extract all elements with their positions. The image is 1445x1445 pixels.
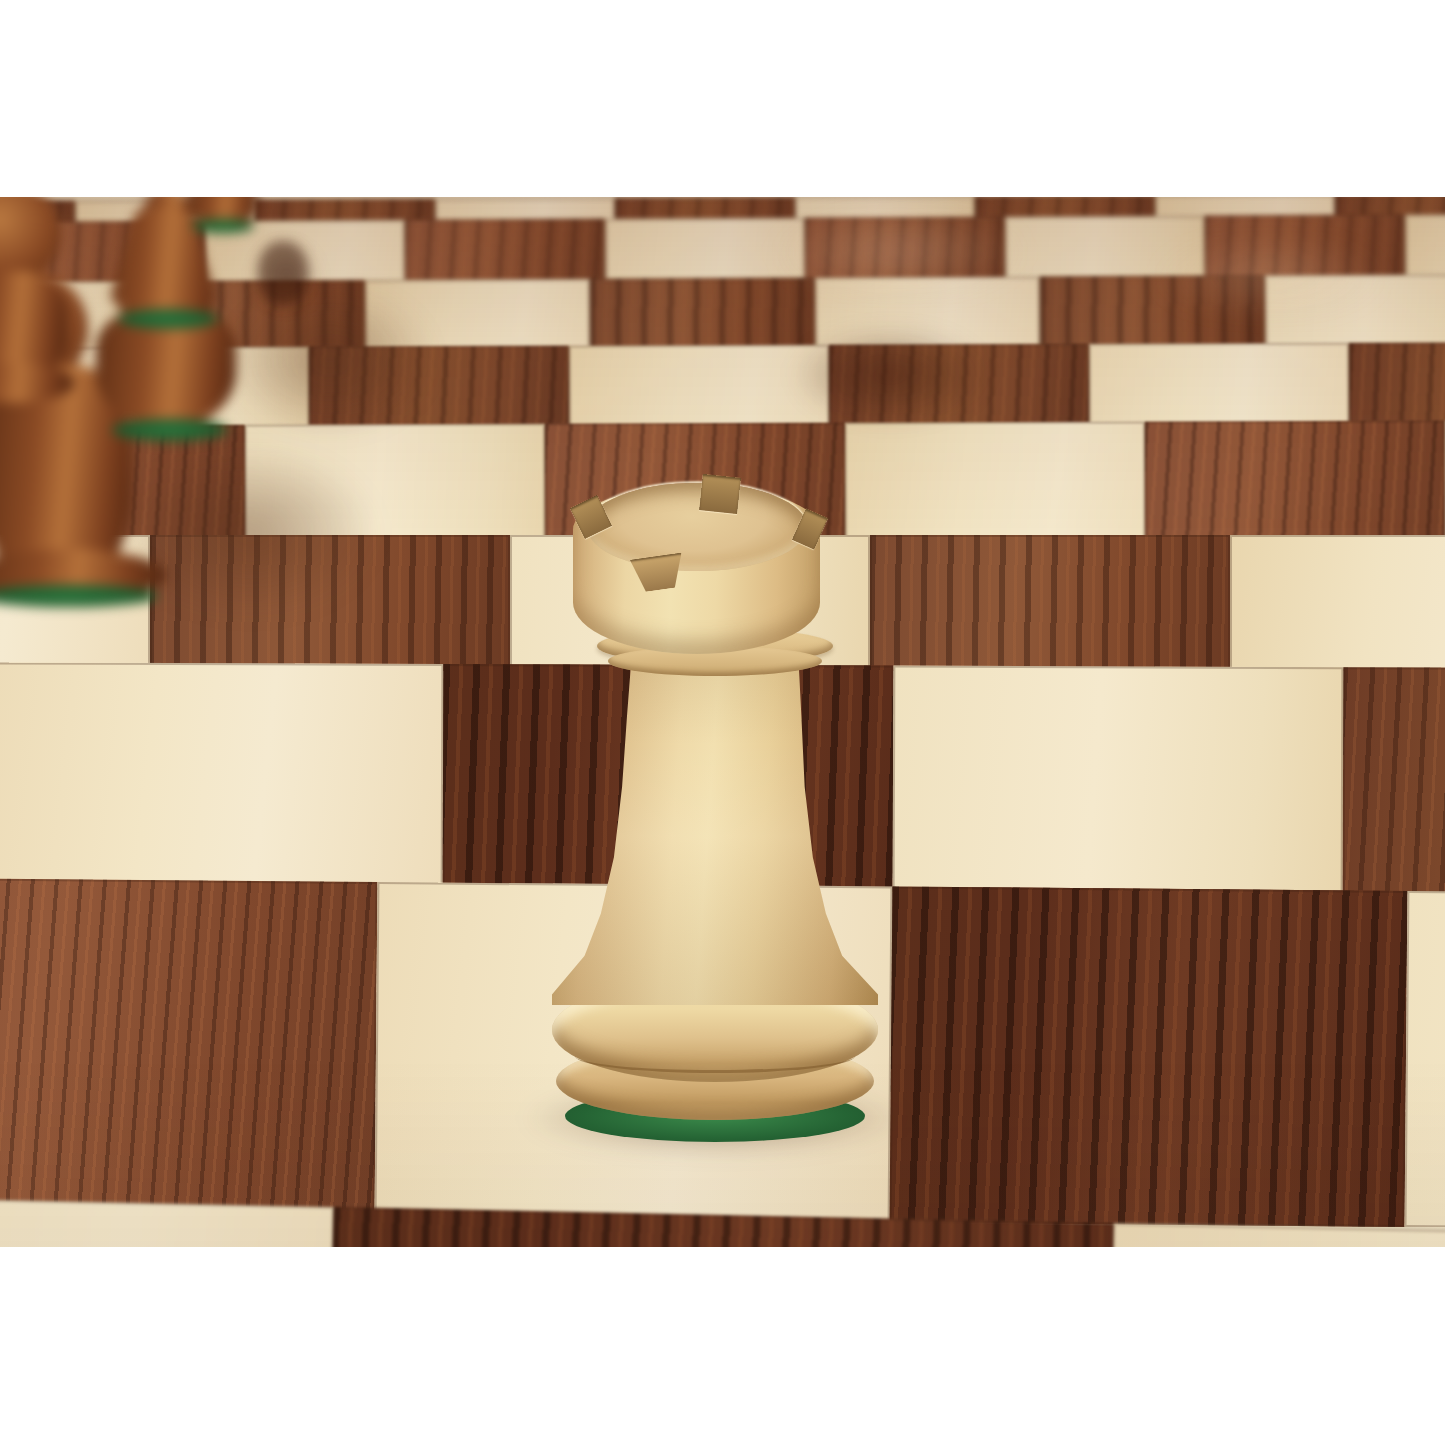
rook-notch [699,474,741,514]
rook-turret-bowl [587,483,807,571]
board-square-r3c7 [1349,342,1445,427]
dark-pieces-cluster [0,197,520,717]
board-square-r1c6 [1005,215,1205,282]
board-square-r2c4 [589,278,814,352]
board-square-r5c6 [1230,535,1445,671]
board-square-r2c7 [1264,274,1445,348]
board-square-r6c5 [893,666,1344,894]
bottom-margin [0,1247,1445,1445]
board-square-r7c5 [889,886,1407,1226]
board-square-r1c5 [805,217,1005,284]
photo-area [0,197,1445,1247]
board-square-r7c3 [0,877,377,1217]
board-square-r1c7 [1205,214,1405,281]
board-square-r3c6 [1089,343,1349,428]
board-square-r7c6 [1404,891,1445,1231]
board-square-r4c5 [845,422,1145,541]
top-margin [0,0,1445,197]
board-square-r2c6 [1039,275,1264,349]
product-photo [0,0,1445,1445]
board-square-r1c4 [605,218,805,285]
board-square-r1c8 [1405,213,1445,280]
piece-reflection [790,325,990,425]
white-rook [552,480,878,880]
rook-body [552,653,878,1005]
board-square-r6c6 [1343,667,1445,895]
board-square-r4c6 [1145,420,1445,539]
board-square-r3c4 [569,345,829,430]
board-square-r5c5 [870,535,1230,671]
